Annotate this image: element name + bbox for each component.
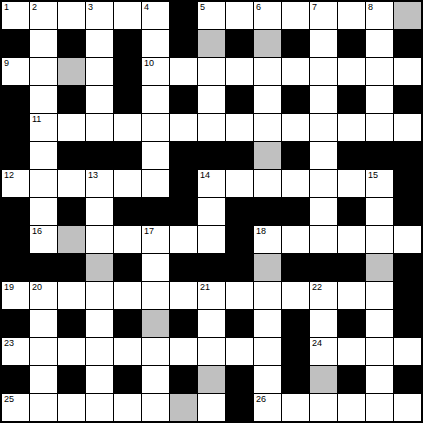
letter-cell[interactable] <box>366 338 393 365</box>
letter-cell[interactable] <box>142 254 169 281</box>
letter-cell[interactable] <box>30 30 57 57</box>
clue-number: 23 <box>4 339 14 348</box>
letter-cell[interactable] <box>254 366 281 393</box>
block-cell <box>170 366 197 393</box>
letter-cell[interactable] <box>394 114 421 141</box>
shaded-letter-cell[interactable] <box>394 2 421 29</box>
block-cell <box>282 338 309 365</box>
block-cell <box>114 254 141 281</box>
letter-cell[interactable] <box>114 170 141 197</box>
letter-cell[interactable] <box>30 58 57 85</box>
clue-number: 7 <box>312 3 317 12</box>
shaded-letter-cell[interactable] <box>310 366 337 393</box>
clue-number: 3 <box>88 3 93 12</box>
letter-cell[interactable] <box>114 282 141 309</box>
letter-cell[interactable] <box>394 338 421 365</box>
clue-number: 17 <box>144 227 154 236</box>
letter-cell[interactable]: 6 <box>254 2 281 29</box>
letter-cell[interactable] <box>114 394 141 421</box>
clue-number: 8 <box>368 3 373 12</box>
letter-cell[interactable] <box>254 58 281 85</box>
letter-cell[interactable] <box>198 338 225 365</box>
letter-cell[interactable] <box>170 226 197 253</box>
letter-cell[interactable]: 26 <box>254 394 281 421</box>
clue-number: 2 <box>32 3 37 12</box>
letter-cell[interactable] <box>366 310 393 337</box>
letter-cell[interactable] <box>170 58 197 85</box>
letter-cell[interactable] <box>86 226 113 253</box>
letter-cell[interactable] <box>142 366 169 393</box>
letter-cell[interactable] <box>338 170 365 197</box>
block-cell <box>338 86 365 113</box>
letter-cell[interactable] <box>310 226 337 253</box>
letter-cell[interactable] <box>114 2 141 29</box>
letter-cell[interactable] <box>142 114 169 141</box>
block-cell <box>114 30 141 57</box>
letter-cell[interactable] <box>226 282 253 309</box>
letter-cell[interactable] <box>198 86 225 113</box>
block-cell <box>338 198 365 225</box>
letter-cell[interactable] <box>198 114 225 141</box>
block-cell <box>394 86 421 113</box>
shaded-letter-cell[interactable] <box>142 310 169 337</box>
letter-cell[interactable]: 2 <box>30 2 57 29</box>
letter-cell[interactable] <box>58 170 85 197</box>
letter-cell[interactable] <box>282 2 309 29</box>
shaded-letter-cell[interactable] <box>86 254 113 281</box>
block-cell <box>226 394 253 421</box>
block-cell <box>2 254 29 281</box>
letter-cell[interactable]: 10 <box>142 58 169 85</box>
block-cell <box>170 310 197 337</box>
block-cell <box>226 226 253 253</box>
block-cell <box>142 198 169 225</box>
letter-cell[interactable] <box>366 114 393 141</box>
block-cell <box>226 86 253 113</box>
letter-cell[interactable] <box>310 198 337 225</box>
letter-cell[interactable] <box>198 226 225 253</box>
letter-cell[interactable] <box>366 366 393 393</box>
letter-cell[interactable]: 5 <box>198 2 225 29</box>
letter-cell[interactable] <box>226 114 253 141</box>
block-cell <box>338 142 365 169</box>
clue-number: 11 <box>32 115 41 124</box>
block-cell <box>58 310 85 337</box>
letter-cell[interactable] <box>254 282 281 309</box>
block-cell <box>282 310 309 337</box>
block-cell <box>114 86 141 113</box>
block-cell <box>2 310 29 337</box>
shaded-letter-cell[interactable] <box>254 30 281 57</box>
letter-cell[interactable]: 24 <box>310 338 337 365</box>
block-cell <box>58 366 85 393</box>
letter-cell[interactable] <box>86 394 113 421</box>
block-cell <box>394 254 421 281</box>
letter-cell[interactable]: 17 <box>142 226 169 253</box>
block-cell <box>394 198 421 225</box>
block-cell <box>226 198 253 225</box>
block-cell <box>2 198 29 225</box>
clue-number: 21 <box>200 283 210 292</box>
letter-cell[interactable] <box>30 394 57 421</box>
letter-cell[interactable] <box>310 58 337 85</box>
letter-cell[interactable] <box>226 58 253 85</box>
block-cell <box>198 142 225 169</box>
letter-cell[interactable] <box>338 282 365 309</box>
letter-cell[interactable]: 22 <box>310 282 337 309</box>
letter-cell[interactable] <box>30 338 57 365</box>
letter-cell[interactable] <box>86 310 113 337</box>
clue-number: 22 <box>312 283 322 292</box>
letter-cell[interactable] <box>338 114 365 141</box>
letter-cell[interactable] <box>366 226 393 253</box>
block-cell <box>338 30 365 57</box>
letter-cell[interactable] <box>310 310 337 337</box>
letter-cell[interactable] <box>338 2 365 29</box>
letter-cell[interactable]: 13 <box>86 170 113 197</box>
block-cell <box>394 310 421 337</box>
letter-cell[interactable] <box>30 142 57 169</box>
letter-cell[interactable] <box>198 394 225 421</box>
block-cell <box>170 142 197 169</box>
letter-cell[interactable] <box>30 170 57 197</box>
block-cell <box>170 170 197 197</box>
block-cell <box>58 254 85 281</box>
shaded-letter-cell[interactable] <box>198 366 225 393</box>
block-cell <box>58 198 85 225</box>
letter-cell[interactable] <box>86 366 113 393</box>
letter-cell[interactable] <box>366 58 393 85</box>
letter-cell[interactable] <box>366 86 393 113</box>
letter-cell[interactable] <box>170 114 197 141</box>
letter-cell[interactable] <box>226 2 253 29</box>
letter-cell[interactable] <box>142 170 169 197</box>
block-cell <box>170 86 197 113</box>
block-cell <box>2 142 29 169</box>
block-cell <box>170 2 197 29</box>
letter-cell[interactable] <box>86 282 113 309</box>
letter-cell[interactable] <box>282 394 309 421</box>
block-cell <box>338 310 365 337</box>
letter-cell[interactable] <box>114 338 141 365</box>
clue-number: 14 <box>200 171 210 180</box>
letter-cell[interactable]: 21 <box>198 282 225 309</box>
block-cell <box>170 30 197 57</box>
shaded-letter-cell[interactable] <box>198 30 225 57</box>
block-cell <box>2 226 29 253</box>
block-cell <box>366 142 393 169</box>
block-cell <box>226 142 253 169</box>
block-cell <box>114 198 141 225</box>
letter-cell[interactable]: 1 <box>2 2 29 29</box>
block-cell <box>114 58 141 85</box>
clue-number: 20 <box>32 283 42 292</box>
letter-cell[interactable] <box>142 142 169 169</box>
letter-cell[interactable] <box>338 338 365 365</box>
clue-number: 15 <box>368 171 378 180</box>
block-cell <box>58 30 85 57</box>
block-cell <box>226 254 253 281</box>
clue-number: 25 <box>4 395 14 404</box>
letter-cell[interactable] <box>226 170 253 197</box>
letter-cell[interactable] <box>30 198 57 225</box>
letter-cell[interactable] <box>86 114 113 141</box>
letter-cell[interactable] <box>86 338 113 365</box>
letter-cell[interactable] <box>142 86 169 113</box>
block-cell <box>254 198 281 225</box>
clue-number: 13 <box>88 171 98 180</box>
clue-number: 4 <box>144 3 149 12</box>
block-cell <box>170 254 197 281</box>
letter-cell[interactable] <box>198 58 225 85</box>
letter-cell[interactable] <box>30 86 57 113</box>
letter-cell[interactable] <box>114 226 141 253</box>
letter-cell[interactable] <box>394 58 421 85</box>
block-cell <box>394 282 421 309</box>
shaded-letter-cell[interactable] <box>170 394 197 421</box>
letter-cell[interactable]: 3 <box>86 2 113 29</box>
block-cell <box>2 86 29 113</box>
letter-cell[interactable] <box>310 86 337 113</box>
block-cell <box>394 366 421 393</box>
letter-cell[interactable] <box>366 282 393 309</box>
letter-cell[interactable] <box>338 226 365 253</box>
clue-number: 6 <box>256 3 261 12</box>
letter-cell[interactable] <box>58 114 85 141</box>
letter-cell[interactable] <box>30 310 57 337</box>
letter-cell[interactable] <box>254 114 281 141</box>
letter-cell[interactable] <box>282 282 309 309</box>
letter-cell[interactable]: 20 <box>30 282 57 309</box>
letter-cell[interactable] <box>366 30 393 57</box>
letter-cell[interactable] <box>142 394 169 421</box>
letter-cell[interactable] <box>254 310 281 337</box>
letter-cell[interactable]: 25 <box>2 394 29 421</box>
letter-cell[interactable]: 14 <box>198 170 225 197</box>
clue-number: 12 <box>4 171 14 180</box>
letter-cell[interactable] <box>170 338 197 365</box>
clue-number: 1 <box>4 3 9 12</box>
letter-cell[interactable] <box>30 366 57 393</box>
shaded-letter-cell[interactable] <box>58 226 85 253</box>
letter-cell[interactable] <box>226 338 253 365</box>
letter-cell[interactable] <box>86 58 113 85</box>
letter-cell[interactable] <box>142 282 169 309</box>
block-cell <box>310 254 337 281</box>
shaded-letter-cell[interactable] <box>254 254 281 281</box>
letter-cell[interactable] <box>254 338 281 365</box>
block-cell <box>226 310 253 337</box>
letter-cell[interactable]: 23 <box>2 338 29 365</box>
letter-cell[interactable] <box>58 2 85 29</box>
block-cell <box>282 142 309 169</box>
block-cell <box>114 366 141 393</box>
letter-cell[interactable] <box>310 170 337 197</box>
letter-cell[interactable] <box>366 198 393 225</box>
letter-cell[interactable] <box>254 170 281 197</box>
letter-cell[interactable] <box>338 394 365 421</box>
block-cell <box>226 30 253 57</box>
block-cell <box>282 86 309 113</box>
letter-cell[interactable] <box>86 198 113 225</box>
clue-number: 24 <box>312 339 322 348</box>
letter-cell[interactable] <box>282 114 309 141</box>
shaded-letter-cell[interactable] <box>254 142 281 169</box>
block-cell <box>58 142 85 169</box>
block-cell <box>2 114 29 141</box>
block-cell <box>394 170 421 197</box>
block-cell <box>170 198 197 225</box>
clue-number: 26 <box>256 395 266 404</box>
letter-cell[interactable] <box>114 114 141 141</box>
letter-cell[interactable] <box>170 282 197 309</box>
letter-cell[interactable]: 12 <box>2 170 29 197</box>
letter-cell[interactable]: 16 <box>30 226 57 253</box>
block-cell <box>86 142 113 169</box>
shaded-letter-cell[interactable] <box>366 254 393 281</box>
letter-cell[interactable]: 18 <box>254 226 281 253</box>
letter-cell[interactable] <box>58 394 85 421</box>
letter-cell[interactable] <box>198 198 225 225</box>
letter-cell[interactable] <box>198 310 225 337</box>
clue-number: 16 <box>32 227 42 236</box>
letter-cell[interactable]: 7 <box>310 2 337 29</box>
letter-cell[interactable] <box>86 30 113 57</box>
clue-number: 10 <box>144 59 154 68</box>
block-cell <box>282 366 309 393</box>
letter-cell[interactable] <box>142 338 169 365</box>
clue-number: 9 <box>4 59 9 68</box>
letter-cell[interactable] <box>310 30 337 57</box>
clue-number: 18 <box>256 227 266 236</box>
block-cell <box>338 254 365 281</box>
letter-cell[interactable] <box>254 86 281 113</box>
letter-cell[interactable] <box>310 114 337 141</box>
letter-cell[interactable] <box>58 282 85 309</box>
letter-cell[interactable] <box>58 338 85 365</box>
block-cell <box>282 30 309 57</box>
block-cell <box>338 366 365 393</box>
block-cell <box>198 254 225 281</box>
letter-cell[interactable] <box>394 226 421 253</box>
letter-cell[interactable]: 4 <box>142 2 169 29</box>
block-cell <box>2 366 29 393</box>
letter-cell[interactable]: 8 <box>366 2 393 29</box>
letter-cell[interactable] <box>310 394 337 421</box>
block-cell <box>282 198 309 225</box>
block-cell <box>114 142 141 169</box>
letter-cell[interactable]: 15 <box>366 170 393 197</box>
letter-cell[interactable] <box>282 170 309 197</box>
block-cell <box>30 254 57 281</box>
letter-cell[interactable]: 9 <box>2 58 29 85</box>
letter-cell[interactable] <box>394 394 421 421</box>
block-cell <box>226 366 253 393</box>
shaded-letter-cell[interactable] <box>58 58 85 85</box>
clue-number: 19 <box>4 283 14 292</box>
letter-cell[interactable] <box>142 30 169 57</box>
clue-number: 5 <box>200 3 205 12</box>
letter-cell[interactable]: 11 <box>30 114 57 141</box>
block-cell <box>58 86 85 113</box>
block-cell <box>394 142 421 169</box>
letter-cell[interactable] <box>282 58 309 85</box>
letter-cell[interactable] <box>366 394 393 421</box>
block-cell <box>282 254 309 281</box>
letter-cell[interactable] <box>310 142 337 169</box>
block-cell <box>2 30 29 57</box>
block-cell <box>394 30 421 57</box>
letter-cell[interactable]: 19 <box>2 282 29 309</box>
crossword-grid: 1234567891011121314151617181920212223242… <box>0 0 423 423</box>
letter-cell[interactable] <box>338 58 365 85</box>
block-cell <box>114 310 141 337</box>
letter-cell[interactable] <box>282 226 309 253</box>
letter-cell[interactable] <box>86 86 113 113</box>
